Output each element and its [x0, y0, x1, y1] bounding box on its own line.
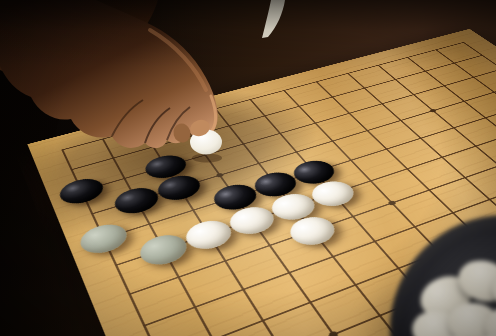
hand-holding-stone [0, 0, 310, 205]
white-stick [262, 0, 285, 38]
go-scene [0, 0, 496, 336]
held-stone-shadow [192, 154, 222, 163]
